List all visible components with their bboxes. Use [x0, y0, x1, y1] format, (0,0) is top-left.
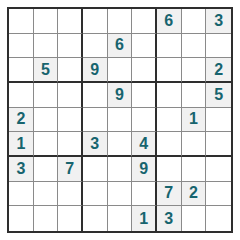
cell-r2c6[interactable]: [132, 34, 157, 59]
cell-r4c9[interactable]: 5: [206, 83, 231, 108]
cell-r2c8[interactable]: [182, 34, 207, 59]
cell-r3c8[interactable]: [182, 58, 207, 83]
cell-r7c9[interactable]: [206, 157, 231, 182]
cell-r3c3[interactable]: [58, 58, 83, 83]
cell-r7c5[interactable]: [108, 157, 133, 182]
cell-r3c1[interactable]: [9, 58, 34, 83]
cell-r9c2[interactable]: [34, 206, 59, 231]
cell-r2c3[interactable]: [58, 34, 83, 59]
cell-r7c4[interactable]: [83, 157, 108, 182]
cell-r1c8[interactable]: [182, 9, 207, 34]
cell-r8c9[interactable]: [206, 182, 231, 207]
cell-r9c6[interactable]: 1: [132, 206, 157, 231]
cell-r2c2[interactable]: [34, 34, 59, 59]
cell-r5c5[interactable]: [108, 108, 133, 133]
cell-r6c2[interactable]: [34, 132, 59, 157]
cell-r7c8[interactable]: [182, 157, 207, 182]
cell-r6c5[interactable]: [108, 132, 133, 157]
cell-r6c7[interactable]: [157, 132, 182, 157]
cell-r8c5[interactable]: [108, 182, 133, 207]
cell-r1c5[interactable]: [108, 9, 133, 34]
cell-r4c1[interactable]: [9, 83, 34, 108]
cell-r4c5[interactable]: 9: [108, 83, 133, 108]
sudoku-board: 63659295211343797213: [7, 7, 233, 233]
cell-r5c6[interactable]: [132, 108, 157, 133]
cell-r3c2[interactable]: 5: [34, 58, 59, 83]
cell-r5c9[interactable]: [206, 108, 231, 133]
cell-r8c6[interactable]: [132, 182, 157, 207]
cell-r2c5[interactable]: 6: [108, 34, 133, 59]
cell-r4c2[interactable]: [34, 83, 59, 108]
cell-r7c3[interactable]: 7: [58, 157, 83, 182]
cell-r4c3[interactable]: [58, 83, 83, 108]
cell-r4c8[interactable]: [182, 83, 207, 108]
cell-r5c1[interactable]: 2: [9, 108, 34, 133]
cell-r8c8[interactable]: 2: [182, 182, 207, 207]
cell-r9c7[interactable]: 3: [157, 206, 182, 231]
cell-r7c7[interactable]: [157, 157, 182, 182]
cell-r2c7[interactable]: [157, 34, 182, 59]
cell-r8c4[interactable]: [83, 182, 108, 207]
cell-r5c3[interactable]: [58, 108, 83, 133]
cell-r5c4[interactable]: [83, 108, 108, 133]
cell-r8c7[interactable]: 7: [157, 182, 182, 207]
cell-r1c4[interactable]: [83, 9, 108, 34]
cell-r1c6[interactable]: [132, 9, 157, 34]
cell-r4c4[interactable]: [83, 83, 108, 108]
cell-r7c6[interactable]: 9: [132, 157, 157, 182]
cell-r8c3[interactable]: [58, 182, 83, 207]
cell-r6c3[interactable]: [58, 132, 83, 157]
cell-r8c2[interactable]: [34, 182, 59, 207]
cell-r3c9[interactable]: 2: [206, 58, 231, 83]
cell-r2c1[interactable]: [9, 34, 34, 59]
cell-r5c2[interactable]: [34, 108, 59, 133]
cell-r7c2[interactable]: [34, 157, 59, 182]
cell-r9c9[interactable]: [206, 206, 231, 231]
cell-r9c5[interactable]: [108, 206, 133, 231]
cell-r7c1[interactable]: 3: [9, 157, 34, 182]
cell-r2c9[interactable]: [206, 34, 231, 59]
cell-r1c1[interactable]: [9, 9, 34, 34]
cell-r1c9[interactable]: 3: [206, 9, 231, 34]
cell-r8c1[interactable]: [9, 182, 34, 207]
cell-r9c1[interactable]: [9, 206, 34, 231]
cell-r6c1[interactable]: 1: [9, 132, 34, 157]
cell-r5c7[interactable]: [157, 108, 182, 133]
cell-r3c5[interactable]: [108, 58, 133, 83]
cell-r1c2[interactable]: [34, 9, 59, 34]
cell-r6c8[interactable]: [182, 132, 207, 157]
cell-r2c4[interactable]: [83, 34, 108, 59]
cell-r4c7[interactable]: [157, 83, 182, 108]
cell-r9c3[interactable]: [58, 206, 83, 231]
cell-r9c4[interactable]: [83, 206, 108, 231]
cell-r9c8[interactable]: [182, 206, 207, 231]
cell-r6c6[interactable]: 4: [132, 132, 157, 157]
cell-r5c8[interactable]: 1: [182, 108, 207, 133]
cell-r4c6[interactable]: [132, 83, 157, 108]
cell-r1c7[interactable]: 6: [157, 9, 182, 34]
cell-r3c7[interactable]: [157, 58, 182, 83]
cell-r3c4[interactable]: 9: [83, 58, 108, 83]
cell-r6c4[interactable]: 3: [83, 132, 108, 157]
cell-r6c9[interactable]: [206, 132, 231, 157]
cell-r1c3[interactable]: [58, 9, 83, 34]
cell-r3c6[interactable]: [132, 58, 157, 83]
